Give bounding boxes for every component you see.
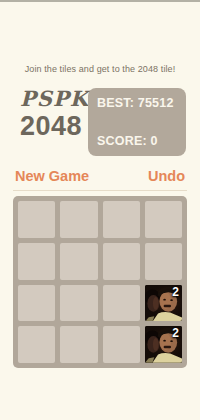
best-score: BEST: 75512 xyxy=(97,96,186,110)
board-cell xyxy=(103,201,140,238)
logo-line2: 2048 xyxy=(20,113,89,140)
board-cell xyxy=(18,326,55,363)
score-panel: BEST: 75512 SCORE: 0 xyxy=(88,88,186,156)
undo-button[interactable]: Undo xyxy=(148,168,185,184)
app-logo: PSPK 2048 xyxy=(20,88,89,140)
status-top-line xyxy=(0,0,200,2)
board[interactable]: 2 2 xyxy=(13,196,187,368)
board-cell xyxy=(18,201,55,238)
current-score: SCORE: 0 xyxy=(97,134,186,148)
controls-divider xyxy=(13,190,187,191)
board-cell xyxy=(103,285,140,322)
tile-value: 2 xyxy=(172,285,179,299)
tagline: Join the tiles and get to the 2048 tile! xyxy=(0,64,200,74)
controls-row: New Game Undo xyxy=(15,168,185,186)
tile-2: 2 xyxy=(145,285,182,322)
tile-value: 2 xyxy=(172,326,179,340)
board-cell xyxy=(60,285,97,322)
score-value: 0 xyxy=(151,134,158,148)
best-label: BEST: xyxy=(97,96,134,110)
board-cell xyxy=(145,243,182,280)
tile-2: 2 xyxy=(145,326,182,363)
board-cell xyxy=(60,326,97,363)
board-cell xyxy=(60,243,97,280)
board-cell xyxy=(18,243,55,280)
board-cell xyxy=(18,285,55,322)
board-cell xyxy=(60,201,97,238)
new-game-button[interactable]: New Game xyxy=(15,168,89,184)
best-value: 75512 xyxy=(138,96,174,110)
board-cell xyxy=(103,326,140,363)
board-cell xyxy=(103,243,140,280)
score-label: SCORE: xyxy=(97,134,147,148)
logo-line1: PSPK xyxy=(20,88,89,109)
board-cell xyxy=(145,201,182,238)
